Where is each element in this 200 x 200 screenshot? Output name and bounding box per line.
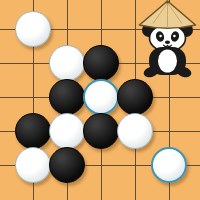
white-stone (15, 147, 51, 183)
white-stone (49, 113, 85, 149)
white-stone (117, 113, 153, 149)
panda-avatar-icon (136, 0, 199, 78)
gomoku-board[interactable] (0, 0, 200, 200)
black-stone (15, 113, 51, 149)
white-stone (49, 45, 85, 81)
black-stone (49, 147, 85, 183)
black-stone (83, 45, 119, 81)
white-stone (15, 11, 51, 47)
white-stone (151, 147, 187, 183)
game-screenshot (0, 0, 200, 200)
white-stone (83, 79, 119, 115)
black-stone (83, 113, 119, 149)
black-stone (117, 79, 153, 115)
black-stone (49, 79, 85, 115)
